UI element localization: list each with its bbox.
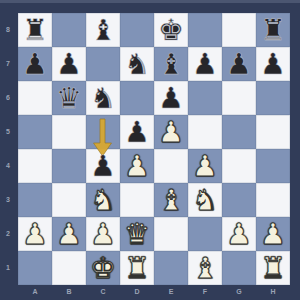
square-g1[interactable] bbox=[222, 251, 256, 285]
rank-label-3: 3 bbox=[0, 196, 16, 203]
square-f8[interactable] bbox=[188, 13, 222, 47]
square-f6[interactable] bbox=[188, 81, 222, 115]
square-c4[interactable]: ♟ bbox=[86, 149, 120, 183]
square-b8[interactable] bbox=[52, 13, 86, 47]
white-bishop[interactable]: ♝ bbox=[192, 251, 218, 285]
file-label-a: A bbox=[18, 288, 52, 295]
square-c6[interactable]: ♞ bbox=[86, 81, 120, 115]
black-pawn[interactable]: ♟ bbox=[56, 47, 82, 81]
square-e1[interactable] bbox=[154, 251, 188, 285]
square-b1[interactable] bbox=[52, 251, 86, 285]
black-pawn[interactable]: ♟ bbox=[22, 47, 48, 81]
square-b6[interactable]: ♛ bbox=[52, 81, 86, 115]
rank-label-7: 7 bbox=[0, 60, 16, 67]
square-f5[interactable] bbox=[188, 115, 222, 149]
square-b7[interactable]: ♟ bbox=[52, 47, 86, 81]
file-label-b: B bbox=[52, 288, 86, 295]
square-h4[interactable] bbox=[256, 149, 290, 183]
square-d5[interactable]: ♟ bbox=[120, 115, 154, 149]
square-d8[interactable] bbox=[120, 13, 154, 47]
square-h1[interactable]: ♜ bbox=[256, 251, 290, 285]
chess-board: ♜♝♚♜♟♟♞♝♟♟♟♛♞♟♟♟♟♟♟♞♝♞♟♟♟♛♟♟♚♜♝♜ bbox=[18, 13, 290, 285]
rank-label-8: 8 bbox=[0, 26, 16, 33]
white-pawn[interactable]: ♟ bbox=[124, 149, 150, 183]
file-label-e: E bbox=[154, 288, 188, 295]
square-b2[interactable]: ♟ bbox=[52, 217, 86, 251]
rank-label-4: 4 bbox=[0, 162, 16, 169]
square-e3[interactable]: ♝ bbox=[154, 183, 188, 217]
square-g5[interactable] bbox=[222, 115, 256, 149]
rank-label-2: 2 bbox=[0, 230, 16, 237]
black-king[interactable]: ♚ bbox=[158, 13, 184, 47]
black-bishop[interactable]: ♝ bbox=[158, 47, 184, 81]
black-knight[interactable]: ♞ bbox=[124, 47, 150, 81]
file-label-h: H bbox=[256, 288, 290, 295]
black-bishop[interactable]: ♝ bbox=[90, 13, 116, 47]
square-f7[interactable]: ♟ bbox=[188, 47, 222, 81]
white-king[interactable]: ♚ bbox=[90, 251, 116, 285]
square-d2[interactable]: ♛ bbox=[120, 217, 154, 251]
square-c7[interactable] bbox=[86, 47, 120, 81]
white-pawn[interactable]: ♟ bbox=[226, 217, 252, 251]
square-h7[interactable]: ♟ bbox=[256, 47, 290, 81]
square-a7[interactable]: ♟ bbox=[18, 47, 52, 81]
square-f1[interactable]: ♝ bbox=[188, 251, 222, 285]
white-rook[interactable]: ♜ bbox=[124, 251, 150, 285]
black-pawn[interactable]: ♟ bbox=[158, 81, 184, 115]
white-pawn[interactable]: ♟ bbox=[158, 115, 184, 149]
square-d4[interactable]: ♟ bbox=[120, 149, 154, 183]
square-c8[interactable]: ♝ bbox=[86, 13, 120, 47]
square-c5[interactable] bbox=[86, 115, 120, 149]
square-c3[interactable]: ♞ bbox=[86, 183, 120, 217]
black-pawn[interactable]: ♟ bbox=[226, 47, 252, 81]
square-e2[interactable] bbox=[154, 217, 188, 251]
square-b4[interactable] bbox=[52, 149, 86, 183]
white-pawn[interactable]: ♟ bbox=[90, 217, 116, 251]
chess-board-frame: 87654321 ♜♝♚♜♟♟♞♝♟♟♟♛♞♟♟♟♟♟♟♞♝♞♟♟♟♛♟♟♚♜♝… bbox=[0, 0, 300, 300]
square-h2[interactable]: ♟ bbox=[256, 217, 290, 251]
black-queen[interactable]: ♛ bbox=[56, 81, 82, 115]
rank-label-6: 6 bbox=[0, 94, 16, 101]
square-g6[interactable] bbox=[222, 81, 256, 115]
square-a5[interactable] bbox=[18, 115, 52, 149]
square-f2[interactable] bbox=[188, 217, 222, 251]
square-f3[interactable]: ♞ bbox=[188, 183, 222, 217]
square-a6[interactable] bbox=[18, 81, 52, 115]
black-pawn[interactable]: ♟ bbox=[124, 115, 150, 149]
frame-top-highlight bbox=[0, 0, 300, 3]
square-g3[interactable] bbox=[222, 183, 256, 217]
file-label-g: G bbox=[222, 288, 256, 295]
square-d1[interactable]: ♜ bbox=[120, 251, 154, 285]
square-c1[interactable]: ♚ bbox=[86, 251, 120, 285]
square-a3[interactable] bbox=[18, 183, 52, 217]
black-pawn[interactable]: ♟ bbox=[260, 47, 286, 81]
square-h6[interactable] bbox=[256, 81, 290, 115]
white-pawn[interactable]: ♟ bbox=[192, 149, 218, 183]
square-f4[interactable]: ♟ bbox=[188, 149, 222, 183]
white-queen[interactable]: ♛ bbox=[124, 217, 150, 251]
white-bishop[interactable]: ♝ bbox=[158, 183, 184, 217]
square-e5[interactable]: ♟ bbox=[154, 115, 188, 149]
square-g2[interactable]: ♟ bbox=[222, 217, 256, 251]
square-a8[interactable]: ♜ bbox=[18, 13, 52, 47]
white-pawn[interactable]: ♟ bbox=[22, 217, 48, 251]
black-knight[interactable]: ♞ bbox=[90, 81, 116, 115]
square-c2[interactable]: ♟ bbox=[86, 217, 120, 251]
square-a2[interactable]: ♟ bbox=[18, 217, 52, 251]
square-d3[interactable] bbox=[120, 183, 154, 217]
white-rook[interactable]: ♜ bbox=[260, 251, 286, 285]
square-b3[interactable] bbox=[52, 183, 86, 217]
white-knight[interactable]: ♞ bbox=[90, 183, 116, 217]
rank-label-1: 1 bbox=[0, 264, 16, 271]
file-label-f: F bbox=[188, 288, 222, 295]
square-e7[interactable]: ♝ bbox=[154, 47, 188, 81]
square-b5[interactable] bbox=[52, 115, 86, 149]
square-g4[interactable] bbox=[222, 149, 256, 183]
square-h5[interactable] bbox=[256, 115, 290, 149]
black-pawn[interactable]: ♟ bbox=[192, 47, 218, 81]
square-e8[interactable]: ♚ bbox=[154, 13, 188, 47]
square-h8[interactable]: ♜ bbox=[256, 13, 290, 47]
file-label-d: D bbox=[120, 288, 154, 295]
white-pawn[interactable]: ♟ bbox=[56, 217, 82, 251]
square-g8[interactable] bbox=[222, 13, 256, 47]
square-d6[interactable] bbox=[120, 81, 154, 115]
white-knight[interactable]: ♞ bbox=[192, 183, 218, 217]
black-pawn[interactable]: ♟ bbox=[90, 149, 116, 183]
square-g7[interactable]: ♟ bbox=[222, 47, 256, 81]
black-rook[interactable]: ♜ bbox=[260, 13, 286, 47]
file-label-c: C bbox=[86, 288, 120, 295]
square-h3[interactable] bbox=[256, 183, 290, 217]
white-pawn[interactable]: ♟ bbox=[260, 217, 286, 251]
square-a4[interactable] bbox=[18, 149, 52, 183]
rank-label-5: 5 bbox=[0, 128, 16, 135]
square-e6[interactable]: ♟ bbox=[154, 81, 188, 115]
square-e4[interactable] bbox=[154, 149, 188, 183]
black-rook[interactable]: ♜ bbox=[22, 13, 48, 47]
square-a1[interactable] bbox=[18, 251, 52, 285]
square-d7[interactable]: ♞ bbox=[120, 47, 154, 81]
